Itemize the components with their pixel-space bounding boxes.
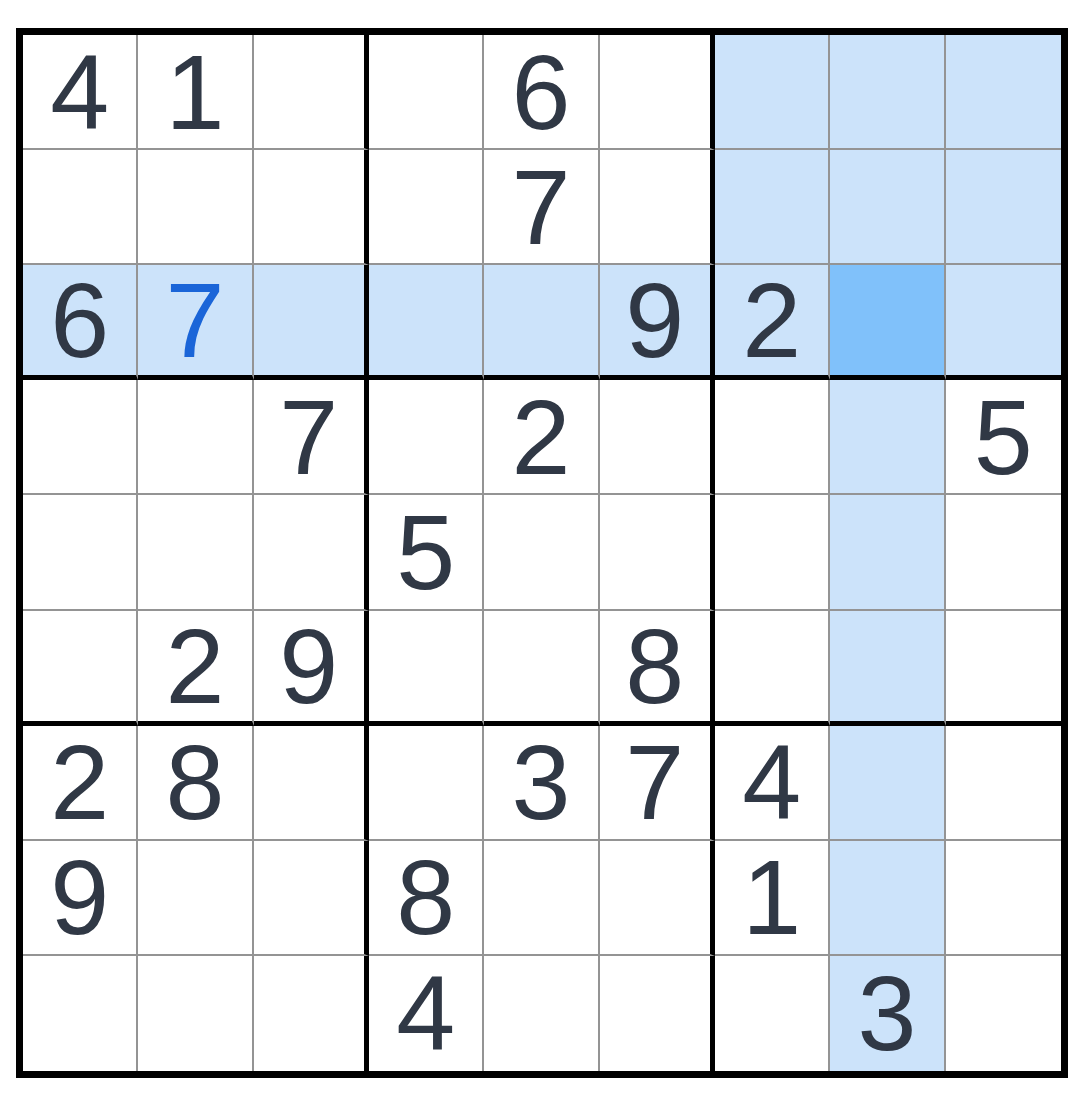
cell-r3c4[interactable]: [369, 265, 484, 380]
cell-r4c9[interactable]: 5: [946, 380, 1061, 495]
cell-r8c9[interactable]: [946, 841, 1061, 956]
cell-r1c3[interactable]: [254, 35, 369, 150]
cell-r2c2[interactable]: [138, 150, 253, 265]
cell-r4c2[interactable]: [138, 380, 253, 495]
cell-r6c5[interactable]: [484, 611, 599, 726]
cell-r9c9[interactable]: [946, 956, 1061, 1071]
cell-r4c6[interactable]: [600, 380, 715, 495]
cell-r9c4[interactable]: 4: [369, 956, 484, 1071]
cell-r4c8[interactable]: [830, 380, 945, 495]
cell-r5c1[interactable]: [23, 495, 138, 610]
cell-r4c7[interactable]: [715, 380, 830, 495]
cell-r3c7[interactable]: 2: [715, 265, 830, 380]
cell-r7c1[interactable]: 2: [23, 726, 138, 841]
cell-r2c6[interactable]: [600, 150, 715, 265]
cell-r9c3[interactable]: [254, 956, 369, 1071]
cell-r6c4[interactable]: [369, 611, 484, 726]
cell-r5c2[interactable]: [138, 495, 253, 610]
cell-r6c9[interactable]: [946, 611, 1061, 726]
cell-r9c7[interactable]: [715, 956, 830, 1071]
cell-r1c5[interactable]: 6: [484, 35, 599, 150]
cell-r8c4[interactable]: 8: [369, 841, 484, 956]
cell-r8c7[interactable]: 1: [715, 841, 830, 956]
cell-r4c3[interactable]: 7: [254, 380, 369, 495]
cell-r3c1[interactable]: 6: [23, 265, 138, 380]
cell-r5c4[interactable]: 5: [369, 495, 484, 610]
cell-r5c5[interactable]: [484, 495, 599, 610]
cell-r6c8[interactable]: [830, 611, 945, 726]
cell-r8c5[interactable]: [484, 841, 599, 956]
cell-r3c6[interactable]: 9: [600, 265, 715, 380]
cell-r6c1[interactable]: [23, 611, 138, 726]
cell-r6c6[interactable]: 8: [600, 611, 715, 726]
cell-r8c3[interactable]: [254, 841, 369, 956]
cell-r9c2[interactable]: [138, 956, 253, 1071]
cell-r6c7[interactable]: [715, 611, 830, 726]
cell-r7c4[interactable]: [369, 726, 484, 841]
cell-r4c1[interactable]: [23, 380, 138, 495]
cell-r6c2[interactable]: 2: [138, 611, 253, 726]
cell-r9c8[interactable]: 3: [830, 956, 945, 1071]
cell-r8c2[interactable]: [138, 841, 253, 956]
cell-r2c3[interactable]: [254, 150, 369, 265]
cell-r3c9[interactable]: [946, 265, 1061, 380]
cell-r5c7[interactable]: [715, 495, 830, 610]
cell-r8c6[interactable]: [600, 841, 715, 956]
cell-r7c6[interactable]: 7: [600, 726, 715, 841]
cell-r9c5[interactable]: [484, 956, 599, 1071]
cell-r6c3[interactable]: 9: [254, 611, 369, 726]
cell-r1c2[interactable]: 1: [138, 35, 253, 150]
cell-r2c7[interactable]: [715, 150, 830, 265]
cell-r1c6[interactable]: [600, 35, 715, 150]
cell-r1c4[interactable]: [369, 35, 484, 150]
cell-r5c6[interactable]: [600, 495, 715, 610]
cell-r1c9[interactable]: [946, 35, 1061, 150]
cell-r3c8[interactable]: [830, 265, 945, 380]
cell-r7c5[interactable]: 3: [484, 726, 599, 841]
cell-r7c8[interactable]: [830, 726, 945, 841]
cell-r7c9[interactable]: [946, 726, 1061, 841]
cell-r2c1[interactable]: [23, 150, 138, 265]
cell-r3c2[interactable]: 7: [138, 265, 253, 380]
cell-r3c3[interactable]: [254, 265, 369, 380]
cell-r9c1[interactable]: [23, 956, 138, 1071]
cell-r7c7[interactable]: 4: [715, 726, 830, 841]
cell-r2c8[interactable]: [830, 150, 945, 265]
cell-r1c8[interactable]: [830, 35, 945, 150]
cell-r4c5[interactable]: 2: [484, 380, 599, 495]
cell-r2c4[interactable]: [369, 150, 484, 265]
cell-r7c3[interactable]: [254, 726, 369, 841]
sudoku-board: 4167679272552982837498143: [16, 28, 1068, 1078]
cell-r3c5[interactable]: [484, 265, 599, 380]
cell-r2c5[interactable]: 7: [484, 150, 599, 265]
cell-r4c4[interactable]: [369, 380, 484, 495]
cell-r5c8[interactable]: [830, 495, 945, 610]
cell-r7c2[interactable]: 8: [138, 726, 253, 841]
cell-r8c1[interactable]: 9: [23, 841, 138, 956]
cell-r2c9[interactable]: [946, 150, 1061, 265]
cell-r8c8[interactable]: [830, 841, 945, 956]
cell-r5c3[interactable]: [254, 495, 369, 610]
cell-r1c7[interactable]: [715, 35, 830, 150]
cell-r1c1[interactable]: 4: [23, 35, 138, 150]
cell-r5c9[interactable]: [946, 495, 1061, 610]
cell-r9c6[interactable]: [600, 956, 715, 1071]
